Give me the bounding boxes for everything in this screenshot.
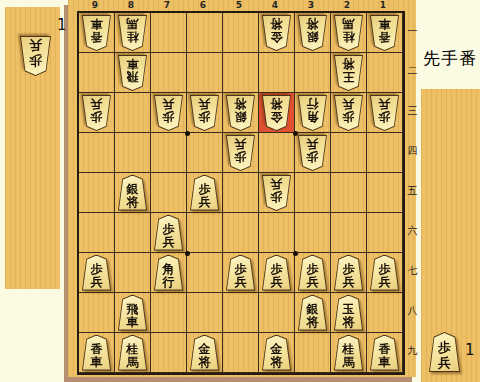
- square-19[interactable]: 香車: [367, 333, 403, 373]
- square-39[interactable]: [295, 333, 331, 373]
- gote-pawn[interactable]: 歩兵: [226, 135, 255, 171]
- sente-pawn[interactable]: 歩兵: [226, 255, 255, 291]
- piece-body: 金将: [262, 15, 291, 51]
- square-21[interactable]: 桂馬: [331, 13, 367, 53]
- rank-label-6: 六: [405, 211, 420, 251]
- square-95[interactable]: [79, 173, 115, 213]
- sente-pawn[interactable]: 歩兵: [190, 175, 219, 211]
- square-38[interactable]: 銀将: [295, 293, 331, 333]
- square-42[interactable]: [259, 53, 295, 93]
- square-74[interactable]: [151, 133, 187, 173]
- piece-body: 香車: [82, 335, 111, 371]
- file-labels: 987654321: [77, 0, 401, 11]
- piece-body: 歩兵: [82, 95, 111, 131]
- sente-pawn[interactable]: 歩兵: [154, 215, 183, 251]
- square-61[interactable]: [187, 13, 223, 53]
- square-22[interactable]: 王将: [331, 53, 367, 93]
- square-78[interactable]: [151, 293, 187, 333]
- gote-pawn[interactable]: 歩兵: [262, 175, 291, 211]
- square-98[interactable]: [79, 293, 115, 333]
- piece-body: 王将: [334, 55, 363, 91]
- piece-body: 歩兵: [154, 95, 183, 131]
- star-point: [185, 251, 190, 256]
- gote-king[interactable]: 王将: [334, 55, 363, 91]
- gote-pawn[interactable]: 歩兵: [20, 36, 51, 76]
- piece-body: 歩兵: [262, 255, 291, 291]
- file-label-5: 5: [221, 0, 257, 11]
- square-53[interactable]: 銀将: [223, 93, 259, 133]
- sente-king[interactable]: 玉将: [334, 295, 363, 331]
- piece-body: 歩兵: [154, 215, 183, 251]
- file-label-7: 7: [149, 0, 185, 11]
- square-27[interactable]: 歩兵: [331, 253, 367, 293]
- square-83[interactable]: [115, 93, 151, 133]
- sente-rook[interactable]: 飛車: [118, 295, 147, 331]
- square-67[interactable]: [187, 253, 223, 293]
- square-24[interactable]: [331, 133, 367, 173]
- square-15[interactable]: [367, 173, 403, 213]
- piece-body: 桂馬: [334, 15, 363, 51]
- square-86[interactable]: [115, 213, 151, 253]
- rank-label-5: 五: [405, 171, 420, 211]
- piece-body: 歩兵: [334, 95, 363, 131]
- sente-pawn[interactable]: 歩兵: [370, 255, 399, 291]
- piece-body: 玉将: [334, 295, 363, 331]
- square-28[interactable]: 玉将: [331, 293, 367, 333]
- sente-silver[interactable]: 銀将: [298, 295, 327, 331]
- square-92[interactable]: [79, 53, 115, 93]
- shogi-board: 987654321 一二三四五六七八九 香車桂馬金将銀将桂馬香車飛車王将歩兵歩兵…: [68, 0, 416, 377]
- square-96[interactable]: [79, 213, 115, 253]
- gote-gold[interactable]: 金将: [262, 15, 291, 51]
- square-62[interactable]: [187, 53, 223, 93]
- piece-body: 歩兵: [190, 175, 219, 211]
- piece-body: 飛車: [118, 55, 147, 91]
- piece-body: 桂馬: [334, 335, 363, 371]
- rank-label-1: 一: [405, 11, 420, 51]
- square-59[interactable]: [223, 333, 259, 373]
- shogi-app: 歩兵 1 987654321 一二三四五六七八九 香車桂馬金将銀将桂馬香車飛車王…: [0, 0, 480, 382]
- square-41[interactable]: 金将: [259, 13, 295, 53]
- piece-body: 歩兵: [82, 255, 111, 291]
- piece-body: 香車: [370, 15, 399, 51]
- gote-pawn[interactable]: 歩兵: [154, 95, 183, 131]
- square-46[interactable]: [259, 213, 295, 253]
- piece-body: 歩兵: [226, 135, 255, 171]
- piece-body: 歩兵: [370, 95, 399, 131]
- sente-knight[interactable]: 桂馬: [334, 335, 363, 371]
- square-85[interactable]: 銀将: [115, 173, 151, 213]
- square-34[interactable]: 歩兵: [295, 133, 331, 173]
- piece-body: 桂馬: [118, 15, 147, 51]
- square-47[interactable]: 歩兵: [259, 253, 295, 293]
- piece-body: 角行: [154, 255, 183, 291]
- piece-body: 歩兵: [334, 255, 363, 291]
- gote-silver[interactable]: 銀将: [226, 95, 255, 131]
- gote-pawn[interactable]: 歩兵: [298, 135, 327, 171]
- rank-label-4: 四: [405, 131, 420, 171]
- square-57[interactable]: 歩兵: [223, 253, 259, 293]
- gote-lance[interactable]: 香車: [82, 15, 111, 51]
- square-76[interactable]: 歩兵: [151, 213, 187, 253]
- file-label-2: 2: [329, 0, 365, 11]
- square-43[interactable]: 金将: [259, 93, 295, 133]
- square-13[interactable]: 歩兵: [367, 93, 403, 133]
- square-37[interactable]: 歩兵: [295, 253, 331, 293]
- square-35[interactable]: [295, 173, 331, 213]
- square-77[interactable]: 角行: [151, 253, 187, 293]
- file-label-4: 4: [257, 0, 293, 11]
- square-51[interactable]: [223, 13, 259, 53]
- square-69[interactable]: 金将: [187, 333, 223, 373]
- square-63[interactable]: 歩兵: [187, 93, 223, 133]
- square-65[interactable]: 歩兵: [187, 173, 223, 213]
- square-23[interactable]: 歩兵: [331, 93, 367, 133]
- square-94[interactable]: [79, 133, 115, 173]
- star-point: [185, 131, 190, 136]
- square-11[interactable]: 香車: [367, 13, 403, 53]
- square-99[interactable]: 香車: [79, 333, 115, 373]
- piece-body: 歩兵: [20, 36, 51, 76]
- piece-body: 銀将: [226, 95, 255, 131]
- sente-lance[interactable]: 香車: [82, 335, 111, 371]
- piece-body: 香車: [82, 15, 111, 51]
- gote-silver[interactable]: 銀将: [298, 15, 327, 51]
- square-29[interactable]: 桂馬: [331, 333, 367, 373]
- file-label-8: 8: [113, 0, 149, 11]
- square-82[interactable]: 飛車: [115, 53, 151, 93]
- square-48[interactable]: [259, 293, 295, 333]
- piece-body: 歩兵: [298, 135, 327, 171]
- sente-gold[interactable]: 金将: [262, 335, 291, 371]
- piece-body: 飛車: [118, 295, 147, 331]
- square-52[interactable]: [223, 53, 259, 93]
- square-93[interactable]: 歩兵: [79, 93, 115, 133]
- piece-body: 歩兵: [226, 255, 255, 291]
- square-49[interactable]: 金将: [259, 333, 295, 373]
- square-71[interactable]: [151, 13, 187, 53]
- square-33[interactable]: 角行: [295, 93, 331, 133]
- piece-body: 歩兵: [262, 175, 291, 211]
- sente-knight[interactable]: 桂馬: [118, 335, 147, 371]
- file-label-9: 9: [77, 0, 113, 11]
- sente-pawn[interactable]: 歩兵: [429, 332, 460, 372]
- sente-pawn[interactable]: 歩兵: [262, 255, 291, 291]
- file-label-6: 6: [185, 0, 221, 11]
- sente-hand-count: 1: [465, 341, 475, 359]
- sente-lance[interactable]: 香車: [370, 335, 399, 371]
- square-88[interactable]: 飛車: [115, 293, 151, 333]
- piece-body: 桂馬: [118, 335, 147, 371]
- piece-body: 金将: [262, 95, 291, 131]
- rank-label-3: 三: [405, 91, 420, 131]
- square-14[interactable]: [367, 133, 403, 173]
- gote-pawn[interactable]: 歩兵: [370, 95, 399, 131]
- piece-body: 歩兵: [298, 255, 327, 291]
- rank-label-9: 九: [405, 331, 420, 371]
- square-18[interactable]: [367, 293, 403, 333]
- square-58[interactable]: [223, 293, 259, 333]
- file-label-3: 3: [293, 0, 329, 11]
- gote-hand-piece-slot: 歩兵: [20, 36, 51, 76]
- square-32[interactable]: [295, 53, 331, 93]
- piece-body: 銀将: [298, 295, 327, 331]
- sente-hand-piece-slot: 歩兵: [429, 332, 460, 372]
- square-55[interactable]: [223, 173, 259, 213]
- gote-pawn[interactable]: 歩兵: [190, 95, 219, 131]
- square-45[interactable]: 歩兵: [259, 173, 295, 213]
- rank-labels: 一二三四五六七八九: [405, 11, 420, 371]
- square-97[interactable]: 歩兵: [79, 253, 115, 293]
- square-36[interactable]: [295, 213, 331, 253]
- square-66[interactable]: [187, 213, 223, 253]
- square-56[interactable]: [223, 213, 259, 253]
- square-17[interactable]: 歩兵: [367, 253, 403, 293]
- sente-pawn[interactable]: 歩兵: [334, 255, 363, 291]
- square-72[interactable]: [151, 53, 187, 93]
- sente-bishop[interactable]: 角行: [154, 255, 183, 291]
- piece-body: 歩兵: [190, 95, 219, 131]
- square-79[interactable]: [151, 333, 187, 373]
- gote-knight[interactable]: 桂馬: [334, 15, 363, 51]
- square-31[interactable]: 銀将: [295, 13, 331, 53]
- piece-body: 香車: [370, 335, 399, 371]
- square-81[interactable]: 桂馬: [115, 13, 151, 53]
- turn-indicator: 先手番: [423, 47, 479, 70]
- gote-rook[interactable]: 飛車: [118, 55, 147, 91]
- square-84[interactable]: [115, 133, 151, 173]
- gote-knight[interactable]: 桂馬: [118, 15, 147, 51]
- piece-body: 歩兵: [370, 255, 399, 291]
- piece-body: 銀将: [298, 15, 327, 51]
- piece-body: 角行: [298, 95, 327, 131]
- square-26[interactable]: [331, 213, 367, 253]
- piece-body: 金将: [190, 335, 219, 371]
- rank-label-8: 八: [405, 291, 420, 331]
- gote-pawn[interactable]: 歩兵: [82, 95, 111, 131]
- square-68[interactable]: [187, 293, 223, 333]
- square-25[interactable]: [331, 173, 367, 213]
- square-75[interactable]: [151, 173, 187, 213]
- gote-lance[interactable]: 香車: [370, 15, 399, 51]
- piece-body: 金将: [262, 335, 291, 371]
- square-16[interactable]: [367, 213, 403, 253]
- piece-body: 銀将: [118, 175, 147, 211]
- square-12[interactable]: [367, 53, 403, 93]
- square-73[interactable]: 歩兵: [151, 93, 187, 133]
- piece-body: 歩兵: [429, 332, 460, 372]
- sente-pawn[interactable]: 歩兵: [82, 255, 111, 291]
- sente-pawn[interactable]: 歩兵: [298, 255, 327, 291]
- rank-label-2: 二: [405, 51, 420, 91]
- gote-hand-count: 1: [57, 16, 67, 34]
- gote-gold[interactable]: 金将: [262, 95, 291, 131]
- square-54[interactable]: 歩兵: [223, 133, 259, 173]
- board-grid: 香車桂馬金将銀将桂馬香車飛車王将歩兵歩兵歩兵銀将金将角行歩兵歩兵歩兵歩兵銀将歩兵…: [77, 11, 405, 375]
- sente-gold[interactable]: 金将: [190, 335, 219, 371]
- square-89[interactable]: 桂馬: [115, 333, 151, 373]
- square-64[interactable]: [187, 133, 223, 173]
- sente-silver[interactable]: 銀将: [118, 175, 147, 211]
- square-44[interactable]: [259, 133, 295, 173]
- gote-bishop[interactable]: 角行: [298, 95, 327, 131]
- rank-label-7: 七: [405, 251, 420, 291]
- file-label-1: 1: [365, 0, 401, 11]
- square-87[interactable]: [115, 253, 151, 293]
- square-91[interactable]: 香車: [79, 13, 115, 53]
- gote-pawn[interactable]: 歩兵: [334, 95, 363, 131]
